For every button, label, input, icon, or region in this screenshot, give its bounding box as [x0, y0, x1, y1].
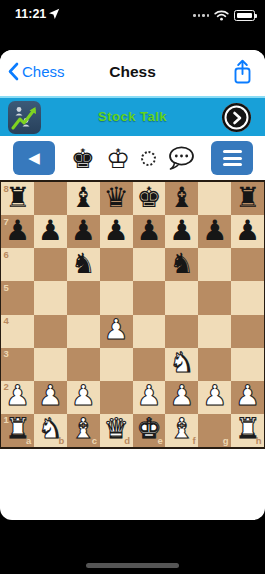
- square-g3[interactable]: [198, 348, 231, 381]
- black-pawn: ♟: [169, 217, 194, 245]
- black-pawn: ♟: [104, 217, 129, 245]
- square-g1[interactable]: g: [198, 414, 231, 447]
- square-d4[interactable]: ♟: [100, 315, 133, 348]
- square-c8[interactable]: ♝: [67, 182, 100, 215]
- undo-move-button[interactable]: ◀: [13, 141, 55, 175]
- black-knight: ♞: [169, 250, 194, 278]
- home-indicator[interactable]: [86, 563, 179, 568]
- square-h6[interactable]: [231, 248, 264, 281]
- ad-banner[interactable]: Stock Talk: [0, 96, 265, 136]
- square-e6[interactable]: [133, 248, 166, 281]
- white-king-icon[interactable]: ♔: [106, 145, 130, 172]
- square-h7[interactable]: ♟: [231, 215, 264, 248]
- square-d2[interactable]: [100, 381, 133, 414]
- square-b8[interactable]: [34, 182, 67, 215]
- black-queen: ♛: [104, 184, 129, 212]
- square-f4[interactable]: [165, 315, 198, 348]
- square-e7[interactable]: ♟: [133, 215, 166, 248]
- square-d8[interactable]: ♛: [100, 182, 133, 215]
- square-g4[interactable]: [198, 315, 231, 348]
- black-pawn: ♟: [202, 217, 227, 245]
- rank-label: 5: [4, 283, 9, 293]
- square-b1[interactable]: b♞: [34, 414, 67, 447]
- location-arrow-icon: [48, 8, 60, 20]
- square-e2[interactable]: ♟: [133, 381, 166, 414]
- black-knight: ♞: [71, 250, 96, 278]
- square-h1[interactable]: h♜: [231, 414, 264, 447]
- square-d6[interactable]: [100, 248, 133, 281]
- black-pawn: ♟: [5, 217, 30, 245]
- square-h3[interactable]: [231, 348, 264, 381]
- square-a6[interactable]: 6: [1, 248, 34, 281]
- square-h5[interactable]: [231, 281, 264, 314]
- cellular-signal-icon: [193, 14, 209, 17]
- square-a2[interactable]: 2♟: [1, 381, 34, 414]
- square-f6[interactable]: ♞: [165, 248, 198, 281]
- white-pawn: ♟: [5, 382, 30, 410]
- square-b7[interactable]: ♟: [34, 215, 67, 248]
- square-f5[interactable]: [165, 281, 198, 314]
- white-queen: ♛: [104, 415, 129, 443]
- iphone-screen: 11:21 Chess Chess: [0, 0, 265, 574]
- white-knight: ♞: [38, 415, 63, 443]
- square-b3[interactable]: [34, 348, 67, 381]
- square-a5[interactable]: 5: [1, 281, 34, 314]
- black-bishop: ♝: [71, 184, 96, 212]
- square-a8[interactable]: 8♜: [1, 182, 34, 215]
- square-g2[interactable]: ♟: [198, 381, 231, 414]
- square-g5[interactable]: [198, 281, 231, 314]
- black-king: ♚: [136, 184, 161, 212]
- white-bishop: ♝: [71, 415, 96, 443]
- square-e4[interactable]: [133, 315, 166, 348]
- back-triangle-icon: ◀: [28, 149, 40, 167]
- white-pawn: ♟: [71, 382, 96, 410]
- square-b6[interactable]: [34, 248, 67, 281]
- navigation-bar: Chess Chess: [0, 50, 265, 96]
- square-c3[interactable]: [67, 348, 100, 381]
- square-c1[interactable]: c♝: [67, 414, 100, 447]
- share-icon: [232, 59, 253, 85]
- white-rook: ♜: [235, 415, 260, 443]
- rank-label: 3: [4, 349, 9, 359]
- app-screen: Chess Chess Stock Talk: [0, 50, 265, 520]
- black-pawn: ♟: [38, 217, 63, 245]
- square-g7[interactable]: ♟: [198, 215, 231, 248]
- square-a7[interactable]: 7♟: [1, 215, 34, 248]
- square-c7[interactable]: ♟: [67, 215, 100, 248]
- square-h8[interactable]: ♜: [231, 182, 264, 215]
- rank-label: 4: [4, 316, 9, 326]
- square-e1[interactable]: e♚: [133, 414, 166, 447]
- chess-board: 8♜♝♛♚♝♜7♟♟♟♟♟♟♟♟6♞♞54♟3♞2♟♟♟♟♟♟♟1a♜b♞c♝d…: [0, 180, 265, 449]
- status-bar: 11:21: [0, 0, 265, 50]
- status-time: 11:21: [15, 7, 46, 21]
- white-pawn: ♟: [136, 382, 161, 410]
- square-h4[interactable]: [231, 315, 264, 348]
- square-b5[interactable]: [34, 281, 67, 314]
- square-a4[interactable]: 4: [1, 315, 34, 348]
- black-bishop: ♝: [169, 184, 194, 212]
- black-pawn: ♟: [136, 217, 161, 245]
- wifi-icon: [214, 10, 229, 21]
- chat-bubble-icon[interactable]: [167, 146, 195, 171]
- white-pawn: ♟: [202, 382, 227, 410]
- black-king-icon[interactable]: ♚: [71, 145, 95, 172]
- chevron-right-icon: [232, 111, 242, 125]
- file-label: g: [223, 436, 229, 446]
- white-bishop: ♝: [169, 415, 194, 443]
- square-c4[interactable]: [67, 315, 100, 348]
- square-c2[interactable]: ♟: [67, 381, 100, 414]
- square-f1[interactable]: f♝: [165, 414, 198, 447]
- square-e5[interactable]: [133, 281, 166, 314]
- square-f3[interactable]: ♞: [165, 348, 198, 381]
- share-button[interactable]: [232, 59, 253, 89]
- black-rook: ♜: [235, 184, 260, 212]
- white-knight: ♞: [169, 349, 194, 377]
- square-b4[interactable]: [34, 315, 67, 348]
- toolbar: ◀ ♚ ♔: [0, 136, 265, 180]
- square-d3[interactable]: [100, 348, 133, 381]
- square-h2[interactable]: ♟: [231, 381, 264, 414]
- black-pawn: ♟: [71, 217, 96, 245]
- thinking-dotted-circle-icon[interactable]: [141, 151, 156, 166]
- ad-open-button[interactable]: [222, 103, 251, 132]
- square-f8[interactable]: ♝: [165, 182, 198, 215]
- hamburger-icon: [223, 150, 242, 166]
- square-f7[interactable]: ♟: [165, 215, 198, 248]
- white-pawn: ♟: [104, 316, 129, 344]
- square-d1[interactable]: d♛: [100, 414, 133, 447]
- square-a3[interactable]: 3: [1, 348, 34, 381]
- square-g6[interactable]: [198, 248, 231, 281]
- board-grid: 8♜♝♛♚♝♜7♟♟♟♟♟♟♟♟6♞♞54♟3♞2♟♟♟♟♟♟♟1a♜b♞c♝d…: [1, 182, 264, 447]
- white-pawn: ♟: [235, 382, 260, 410]
- square-a1[interactable]: 1a♜: [1, 414, 34, 447]
- page-title: Chess: [0, 63, 265, 81]
- square-f2[interactable]: ♟: [165, 381, 198, 414]
- square-e8[interactable]: ♚: [133, 182, 166, 215]
- square-g8[interactable]: [198, 182, 231, 215]
- rank-label: 6: [4, 250, 9, 260]
- black-pawn: ♟: [235, 217, 260, 245]
- square-d5[interactable]: [100, 281, 133, 314]
- white-pawn: ♟: [38, 382, 63, 410]
- menu-button[interactable]: [211, 141, 253, 175]
- battery-icon: [234, 10, 255, 21]
- square-c6[interactable]: ♞: [67, 248, 100, 281]
- square-d7[interactable]: ♟: [100, 215, 133, 248]
- square-b2[interactable]: ♟: [34, 381, 67, 414]
- square-e3[interactable]: [133, 348, 166, 381]
- black-rook: ♜: [5, 184, 30, 212]
- white-king: ♚: [136, 415, 161, 443]
- white-rook: ♜: [5, 415, 30, 443]
- white-pawn: ♟: [169, 382, 194, 410]
- square-c5[interactable]: [67, 281, 100, 314]
